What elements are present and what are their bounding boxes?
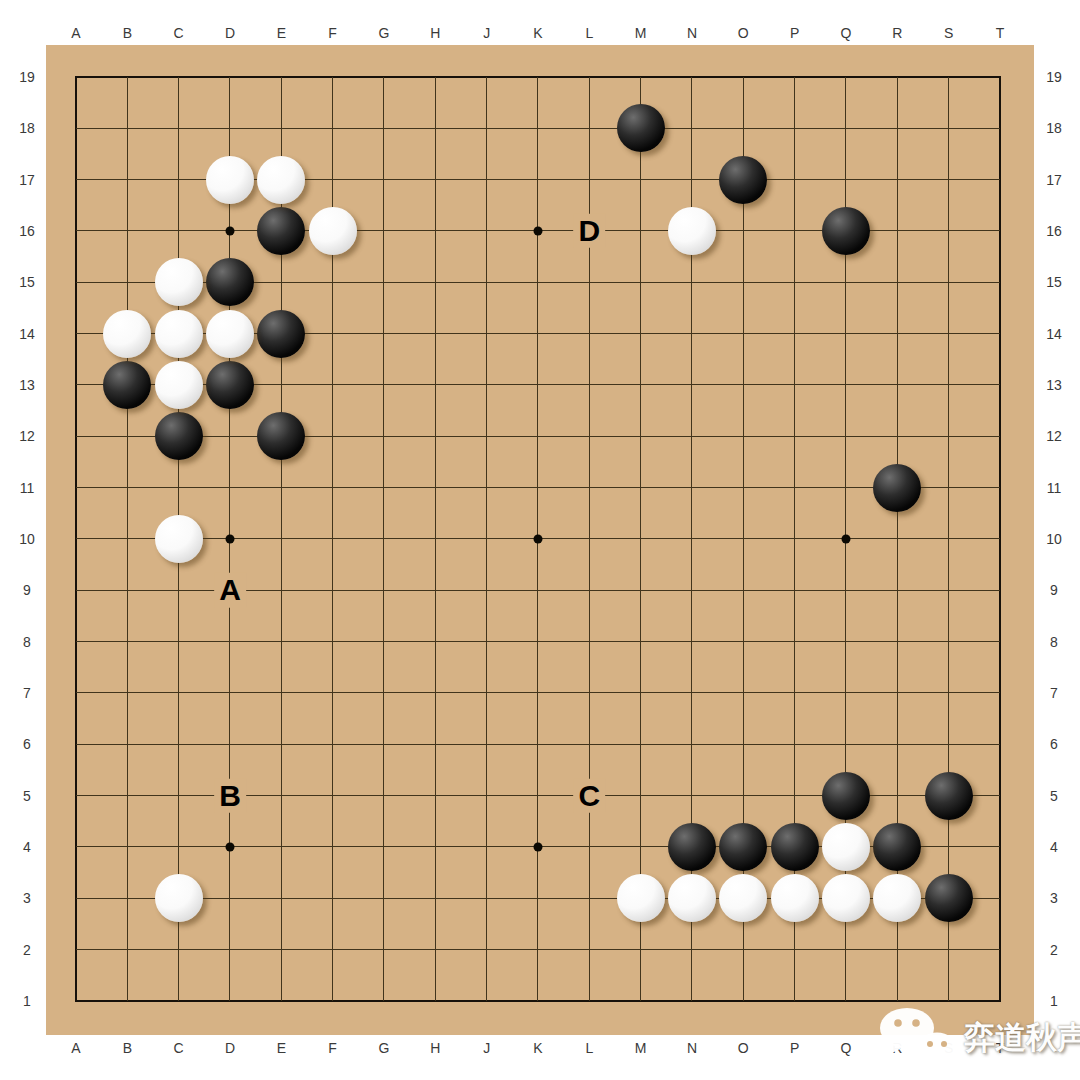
column-label: C — [174, 25, 184, 41]
column-label: R — [892, 25, 902, 41]
black-stone — [925, 874, 973, 922]
column-label: G — [379, 1040, 390, 1056]
row-label: 18 — [19, 120, 35, 136]
star-point — [841, 534, 850, 543]
black-stone — [822, 207, 870, 255]
row-label: 11 — [20, 480, 35, 496]
row-label: 16 — [19, 223, 35, 239]
row-label: 7 — [23, 685, 31, 701]
row-label: 7 — [1050, 685, 1058, 701]
row-label: 13 — [19, 377, 35, 393]
star-point — [533, 534, 542, 543]
column-label: Q — [840, 25, 851, 41]
column-label: L — [585, 25, 593, 41]
black-stone — [617, 104, 665, 152]
grid-line-horizontal — [76, 692, 1000, 693]
black-stone — [257, 310, 305, 358]
white-stone — [206, 310, 254, 358]
white-stone — [309, 207, 357, 255]
row-label: 19 — [1046, 69, 1062, 85]
black-stone — [668, 823, 716, 871]
column-label: M — [635, 25, 647, 41]
black-stone — [719, 156, 767, 204]
row-label: 17 — [1046, 172, 1062, 188]
point-label-C: C — [573, 778, 605, 813]
black-stone — [257, 207, 305, 255]
wechat-icon — [878, 1007, 962, 1069]
row-label: 5 — [23, 788, 31, 804]
black-stone — [873, 823, 921, 871]
grid-line-horizontal — [76, 744, 1000, 745]
black-stone — [257, 412, 305, 460]
column-label: H — [430, 25, 440, 41]
column-label: O — [738, 1040, 749, 1056]
row-label: 3 — [1050, 890, 1058, 906]
black-stone — [822, 772, 870, 820]
white-stone — [155, 874, 203, 922]
black-stone — [155, 412, 203, 460]
row-label: 12 — [1046, 428, 1062, 444]
column-label: T — [996, 25, 1005, 41]
column-label: F — [328, 25, 337, 41]
black-stone — [719, 823, 767, 871]
star-point — [225, 226, 234, 235]
row-label: 11 — [1047, 480, 1062, 496]
column-label: E — [277, 1040, 286, 1056]
black-stone — [925, 772, 973, 820]
row-label: 10 — [1046, 531, 1062, 547]
grid-line-vertical — [948, 77, 949, 1001]
row-label: 17 — [19, 172, 35, 188]
column-label: D — [225, 25, 235, 41]
row-label: 9 — [1050, 582, 1058, 598]
row-label: 16 — [1046, 223, 1062, 239]
column-label: C — [174, 1040, 184, 1056]
point-label-A: A — [214, 573, 246, 608]
column-label: O — [738, 25, 749, 41]
column-label: L — [585, 1040, 593, 1056]
watermark: 弈道秋声 — [878, 1003, 1078, 1075]
point-label-B: B — [214, 778, 246, 813]
row-label: 6 — [23, 736, 31, 752]
black-stone — [206, 258, 254, 306]
white-stone — [873, 874, 921, 922]
column-label: N — [687, 25, 697, 41]
column-label: F — [328, 1040, 337, 1056]
column-label: P — [790, 1040, 799, 1056]
white-stone — [155, 310, 203, 358]
column-label: M — [635, 1040, 647, 1056]
row-label: 4 — [23, 839, 31, 855]
column-label: P — [790, 25, 799, 41]
black-stone — [206, 361, 254, 409]
row-label: 8 — [23, 634, 31, 650]
row-label: 19 — [19, 69, 35, 85]
column-label: A — [71, 1040, 80, 1056]
row-label: 8 — [1050, 634, 1058, 650]
grid-line-vertical — [640, 77, 641, 1001]
row-label: 15 — [1046, 274, 1062, 290]
white-stone — [155, 361, 203, 409]
row-label: 10 — [19, 531, 35, 547]
go-diagram-page: AABBCCDDEEFFGGHHJJKKLLMMNNOOPPQQRRSSTT19… — [0, 0, 1080, 1080]
star-point — [533, 842, 542, 851]
row-label: 9 — [23, 582, 31, 598]
row-label: 6 — [1050, 736, 1058, 752]
column-label: J — [483, 1040, 490, 1056]
column-label: S — [944, 25, 953, 41]
white-stone — [155, 515, 203, 563]
column-label: H — [430, 1040, 440, 1056]
row-label: 18 — [1046, 120, 1062, 136]
white-stone — [719, 874, 767, 922]
row-label: 14 — [19, 326, 35, 342]
star-point — [225, 534, 234, 543]
row-label: 1 — [23, 993, 31, 1009]
column-label: Q — [840, 1040, 851, 1056]
white-stone — [771, 874, 819, 922]
column-label: D — [225, 1040, 235, 1056]
row-label: 4 — [1050, 839, 1058, 855]
white-stone — [617, 874, 665, 922]
column-label: E — [277, 25, 286, 41]
column-label: K — [533, 1040, 542, 1056]
column-label: K — [533, 25, 542, 41]
column-label: N — [687, 1040, 697, 1056]
white-stone — [257, 156, 305, 204]
grid-line-horizontal — [76, 641, 1000, 642]
white-stone — [668, 874, 716, 922]
point-label-D: D — [573, 214, 605, 249]
white-stone — [822, 874, 870, 922]
white-stone — [155, 258, 203, 306]
column-label: B — [123, 1040, 132, 1056]
black-stone — [771, 823, 819, 871]
row-label: 5 — [1050, 788, 1058, 804]
watermark-text: 弈道秋声 — [964, 1017, 1080, 1059]
black-stone — [103, 361, 151, 409]
white-stone — [206, 156, 254, 204]
white-stone — [822, 823, 870, 871]
row-label: 15 — [19, 274, 35, 290]
column-label: J — [483, 25, 490, 41]
white-stone — [668, 207, 716, 255]
column-label: G — [379, 25, 390, 41]
row-label: 14 — [1046, 326, 1062, 342]
row-label: 12 — [19, 428, 35, 444]
grid-line-horizontal — [76, 949, 1000, 950]
black-stone — [873, 464, 921, 512]
row-label: 3 — [23, 890, 31, 906]
star-point — [225, 842, 234, 851]
row-label: 2 — [23, 942, 31, 958]
column-label: B — [123, 25, 132, 41]
row-label: 2 — [1050, 942, 1058, 958]
white-stone — [103, 310, 151, 358]
row-label: 13 — [1046, 377, 1062, 393]
star-point — [533, 226, 542, 235]
column-label: A — [71, 25, 80, 41]
